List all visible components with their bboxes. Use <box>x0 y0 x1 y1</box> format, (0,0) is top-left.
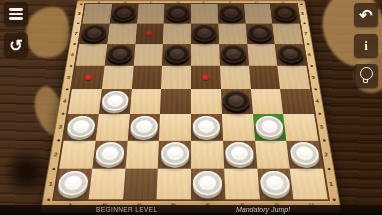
square-a8[interactable] <box>82 4 111 23</box>
square-c7[interactable] <box>135 23 164 44</box>
checkers-board: ⛂⛂⛂⛂⛂⛂⛂⛂⛂⛂⛂⛀⛂⛀⛀⛀⛀⛀⛀⛀⛀⛀⛀⛀ ABCDEFGH ABCDEF… <box>40 0 342 213</box>
square-d7[interactable] <box>163 23 191 44</box>
black-man-f4[interactable]: ⛂ <box>223 91 250 111</box>
rail-screw <box>327 168 330 170</box>
lightbulb-icon <box>360 67 373 80</box>
square-d3[interactable] <box>159 114 191 141</box>
black-man-e7[interactable]: ⛂ <box>193 25 217 41</box>
rail-screw <box>57 139 60 141</box>
square-d8[interactable]: ⛂ <box>164 4 191 23</box>
square-e4[interactable] <box>191 89 222 114</box>
info-button[interactable]: i <box>354 34 378 58</box>
restart-icon: ↺ <box>9 36 22 55</box>
square-g1[interactable]: ⛀ <box>257 169 294 200</box>
rail-screw <box>69 65 72 67</box>
square-e1[interactable]: ⛀ <box>191 169 225 200</box>
square-h4[interactable] <box>280 89 314 114</box>
square-f3[interactable] <box>222 114 255 141</box>
black-man-f8[interactable]: ⛂ <box>219 5 243 20</box>
rail-screw <box>61 113 64 115</box>
square-b8[interactable]: ⛂ <box>110 4 139 23</box>
square-g4[interactable] <box>251 89 284 114</box>
square-f8[interactable]: ⛂ <box>217 4 245 23</box>
square-h3[interactable] <box>283 114 318 141</box>
square-b6[interactable]: ⛂ <box>104 44 135 66</box>
square-f4[interactable]: ⛂ <box>221 89 253 114</box>
black-man-h6[interactable]: ⛂ <box>277 46 304 63</box>
square-c5[interactable] <box>131 66 162 89</box>
square-f7[interactable] <box>218 23 247 44</box>
square-a2[interactable] <box>59 140 95 168</box>
white-man-a1[interactable]: ⛀ <box>57 171 89 195</box>
hamburger-icon <box>9 8 23 11</box>
black-man-b8[interactable]: ⛂ <box>112 5 137 20</box>
square-c1[interactable] <box>123 169 158 200</box>
hint-button[interactable] <box>354 64 378 88</box>
rail-screw <box>73 43 76 45</box>
white-man-e1[interactable]: ⛀ <box>193 171 222 195</box>
square-c3[interactable]: ⛀ <box>127 114 160 141</box>
square-f1[interactable] <box>224 169 259 200</box>
square-c6[interactable] <box>133 44 163 66</box>
square-a4[interactable] <box>68 89 102 114</box>
rail-screw <box>300 3 303 4</box>
hamburger-icon <box>9 13 23 16</box>
square-d4[interactable] <box>160 89 191 114</box>
square-a6[interactable] <box>76 44 107 66</box>
info-icon: i <box>364 38 368 54</box>
rail-screw <box>306 43 309 45</box>
square-a1[interactable]: ⛀ <box>54 169 92 200</box>
square-c2[interactable] <box>125 140 159 168</box>
rail-screw <box>80 3 83 4</box>
square-d6[interactable]: ⛂ <box>162 44 191 66</box>
square-e7[interactable]: ⛂ <box>191 23 219 44</box>
status-message: Mandatory Jump! <box>236 205 290 215</box>
square-d2[interactable]: ⛀ <box>158 140 191 168</box>
jump-hint-dot-a5[interactable] <box>84 74 92 80</box>
rail-screw <box>76 23 79 25</box>
square-b4[interactable]: ⛀ <box>99 89 132 114</box>
square-c4[interactable] <box>129 89 161 114</box>
square-e8[interactable] <box>191 4 218 23</box>
square-b5[interactable] <box>102 66 134 89</box>
square-a3[interactable]: ⛀ <box>64 114 99 141</box>
square-h5[interactable] <box>278 66 311 89</box>
square-h7[interactable] <box>272 23 302 44</box>
status-bar: BEGINNER LEVEL Mandatory Jump! <box>0 205 382 215</box>
rail-screw <box>322 139 325 141</box>
square-d5[interactable] <box>161 66 191 89</box>
square-f6[interactable]: ⛂ <box>219 44 249 66</box>
restart-button[interactable]: ↺ <box>4 33 28 57</box>
white-man-f2[interactable]: ⛀ <box>225 142 254 165</box>
black-man-b6[interactable]: ⛂ <box>107 46 133 63</box>
white-man-a3[interactable]: ⛀ <box>66 116 96 137</box>
checkers-game-screen: ⛂⛂⛂⛂⛂⛂⛂⛂⛂⛂⛂⛀⛂⛀⛀⛀⛀⛀⛀⛀⛀⛀⛀⛀ ABCDEFGH ABCDEF… <box>0 0 382 215</box>
square-h2[interactable]: ⛀ <box>287 140 323 168</box>
square-g5[interactable] <box>249 66 281 89</box>
white-man-b2[interactable]: ⛀ <box>95 142 125 165</box>
square-d1[interactable] <box>157 169 191 200</box>
square-g3[interactable]: ⛀ <box>253 114 287 141</box>
square-e3[interactable]: ⛀ <box>191 114 223 141</box>
undo-icon: ↶ <box>359 6 372 25</box>
square-b2[interactable]: ⛀ <box>92 140 127 168</box>
square-h6[interactable]: ⛂ <box>275 44 306 66</box>
square-e6[interactable] <box>191 44 220 66</box>
square-e2[interactable] <box>191 140 224 168</box>
black-man-f6[interactable]: ⛂ <box>221 46 247 63</box>
square-f5[interactable] <box>220 66 251 89</box>
white-man-h2[interactable]: ⛀ <box>289 142 320 165</box>
square-g6[interactable] <box>247 44 278 66</box>
rail-screw <box>332 198 335 201</box>
square-a7[interactable]: ⛂ <box>79 23 109 44</box>
black-man-a7[interactable]: ⛂ <box>81 25 107 41</box>
board-squares: ⛂⛂⛂⛂⛂⛂⛂⛂⛂⛂⛂⛀⛂⛀⛀⛀⛀⛀⛀⛀⛀⛀⛀⛀ <box>54 4 328 199</box>
square-g2[interactable] <box>255 140 290 168</box>
rail-screw <box>314 88 317 90</box>
square-b3[interactable] <box>95 114 129 141</box>
rail-screw <box>47 198 50 201</box>
rail-screw <box>318 113 321 115</box>
black-man-d6[interactable]: ⛂ <box>164 46 189 63</box>
square-c8[interactable] <box>137 4 165 23</box>
square-h8[interactable]: ⛂ <box>270 4 299 23</box>
white-man-b4[interactable]: ⛀ <box>101 91 129 111</box>
jump-hint-dot-e5[interactable] <box>202 74 210 80</box>
black-man-g7[interactable]: ⛂ <box>247 25 272 41</box>
menu-button[interactable] <box>4 2 28 26</box>
square-g8[interactable] <box>244 4 273 23</box>
rail-screw <box>310 65 313 67</box>
square-f2[interactable]: ⛀ <box>223 140 257 168</box>
square-g7[interactable]: ⛂ <box>245 23 275 44</box>
square-h1[interactable] <box>290 169 328 200</box>
level-label: BEGINNER LEVEL <box>96 205 158 215</box>
white-man-g1[interactable]: ⛀ <box>259 171 290 195</box>
hamburger-icon <box>9 17 23 20</box>
white-man-d2[interactable]: ⛀ <box>160 142 188 165</box>
rail-screw <box>303 23 306 25</box>
black-man-d8[interactable]: ⛂ <box>166 5 189 20</box>
jump-hint-dot-c7[interactable] <box>146 31 153 36</box>
white-man-c3[interactable]: ⛀ <box>130 116 158 137</box>
black-man-h8[interactable]: ⛂ <box>272 5 297 20</box>
white-man-g3[interactable]: ⛀ <box>255 116 284 137</box>
square-e5[interactable] <box>191 66 221 89</box>
white-man-e3[interactable]: ⛀ <box>193 116 220 137</box>
undo-button[interactable]: ↶ <box>354 3 378 27</box>
square-a5[interactable] <box>72 66 105 89</box>
square-b7[interactable] <box>107 23 137 44</box>
rail-screw <box>65 88 68 90</box>
rail-screw <box>52 168 55 170</box>
square-b1[interactable] <box>88 169 125 200</box>
